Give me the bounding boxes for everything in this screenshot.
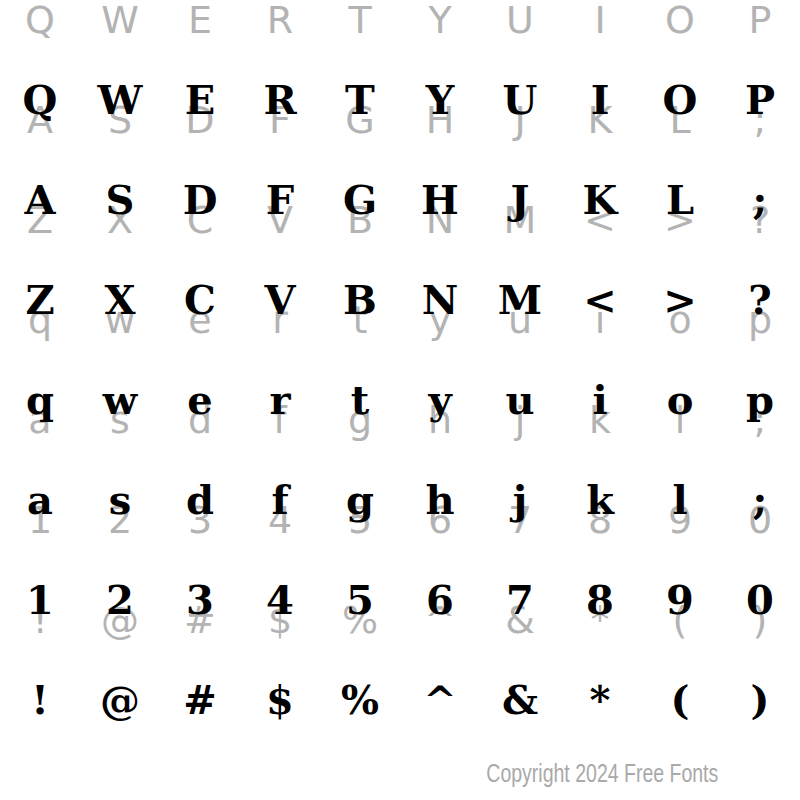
ink-glyph: o (667, 380, 694, 420)
ink-glyph: V (264, 280, 295, 320)
ink-glyph: ! (31, 680, 49, 720)
ink-glyph: K (583, 180, 618, 220)
ink-glyph: j (513, 480, 527, 520)
ink-glyph: h (425, 480, 454, 520)
ink-glyph: L (666, 180, 694, 220)
ghost-glyph: Q (25, 1, 55, 39)
ghost-glyph: W (101, 1, 139, 39)
ink-glyph: u (505, 380, 534, 420)
ink-row-symbols: ! @ # $ % ^ & * ( ) (0, 680, 800, 720)
ink-glyph: @ (100, 680, 140, 720)
ghost-glyph: E (188, 1, 212, 39)
ink-glyph: 2 (106, 580, 134, 620)
ink-glyph: 6 (426, 580, 454, 620)
ink-glyph: N (422, 280, 459, 320)
ink-glyph: $ (266, 680, 294, 720)
ink-glyph: f (271, 480, 288, 520)
ghost-glyph: O (665, 1, 695, 39)
ink-glyph: C (184, 280, 216, 320)
ink-glyph: # (183, 680, 217, 720)
ink-glyph: P (745, 80, 775, 120)
ink-glyph: X (104, 280, 135, 320)
ghost-glyph: T (348, 1, 371, 39)
ink-glyph: i (592, 380, 607, 420)
ink-glyph: M (498, 280, 542, 320)
ink-glyph: Y (426, 80, 455, 120)
ink-glyph: F (266, 180, 294, 220)
ink-glyph: B (343, 280, 377, 320)
ink-glyph: A (24, 180, 55, 220)
ink-glyph: ( (671, 680, 690, 720)
ink-glyph: D (183, 180, 218, 220)
ink-glyph: G (343, 180, 377, 220)
ink-glyph: * (590, 680, 611, 720)
ghost-glyph: P (749, 1, 772, 39)
ink-row-lowercase-home: a s d f g h j k l ; (0, 480, 800, 520)
ink-glyph: < (583, 280, 617, 320)
ink-glyph: Q (23, 80, 58, 120)
font-specimen-sheet: Q W E R T Y U I O P A S D F G H J K L ; … (0, 0, 800, 800)
ink-glyph: e (187, 380, 212, 420)
ink-glyph: ; (753, 480, 768, 520)
ink-glyph: J (511, 180, 530, 220)
ink-glyph: a (27, 480, 53, 520)
ink-glyph: O (663, 80, 698, 120)
ink-glyph: 8 (586, 580, 614, 620)
ink-glyph: l (672, 480, 687, 520)
ghost-glyph: I (594, 1, 605, 39)
copyright-text: Copyright 2024 Free Fonts (486, 760, 718, 786)
ink-glyph: 1 (26, 580, 54, 620)
ink-glyph: 0 (746, 580, 774, 620)
ink-glyph: 3 (186, 580, 214, 620)
ink-glyph: s (109, 480, 132, 520)
ink-glyph: p (746, 380, 774, 420)
ink-glyph: W (98, 80, 143, 120)
ink-glyph: t (351, 380, 369, 420)
ink-glyph: k (586, 480, 614, 520)
ink-glyph: ? (748, 280, 771, 320)
ink-row-uppercase-home: A S D F G H J K L ; (0, 180, 800, 220)
ink-glyph: & (502, 680, 538, 720)
ink-glyph: 7 (506, 580, 534, 620)
ink-glyph: ; (753, 180, 768, 220)
ink-glyph: g (346, 480, 374, 520)
ink-glyph: r (269, 380, 290, 420)
ink-glyph: 9 (666, 580, 694, 620)
ink-glyph: S (106, 180, 135, 220)
ink-row-uppercase-top: Q W E R T Y U I O P (0, 80, 800, 120)
ink-glyph: % (341, 680, 379, 720)
ink-glyph: E (185, 80, 216, 120)
ink-glyph: H (421, 180, 459, 220)
ink-glyph: 5 (346, 580, 374, 620)
ink-glyph: d (186, 480, 214, 520)
ink-row-lowercase-top: q w e r t y u i o p (0, 380, 800, 420)
ink-glyph: I (591, 80, 610, 120)
ink-glyph: Z (25, 280, 54, 320)
ink-glyph: T (345, 80, 375, 120)
ghost-glyph: U (506, 1, 534, 39)
ink-row-uppercase-bottom: Z X C V B N M < > ? (0, 280, 800, 320)
ghost-glyph: R (267, 1, 293, 39)
ink-glyph: R (263, 80, 296, 120)
ghost-glyph: Y (428, 1, 451, 39)
ink-glyph: q (26, 380, 54, 420)
ink-row-digits: 1 2 3 4 5 6 7 8 9 0 (0, 580, 800, 620)
ink-glyph: y (428, 380, 451, 420)
ink-glyph: ) (751, 680, 770, 720)
ink-glyph: w (103, 380, 137, 420)
ink-glyph: ^ (423, 680, 457, 720)
ink-glyph: U (503, 80, 538, 120)
ghost-row-uppercase-top: Q W E R T Y U I O P (0, 1, 800, 39)
ink-glyph: > (663, 280, 697, 320)
ink-glyph: 4 (266, 580, 294, 620)
